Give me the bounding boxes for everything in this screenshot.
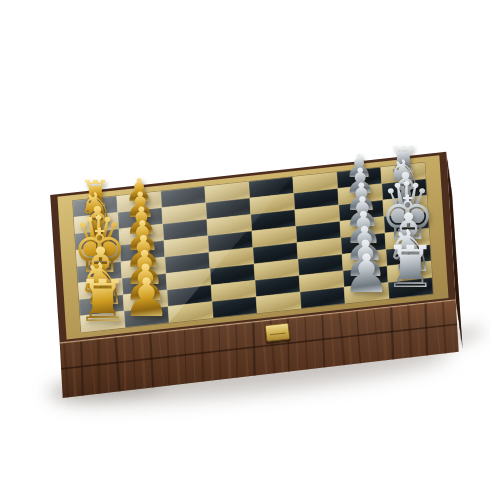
piece-black-pawn-h7[interactable]: ♟ (343, 247, 391, 300)
piece-white-pawn-h2[interactable]: ♟ (123, 271, 171, 324)
pieces-layer: ♜♟♟♜♞♟♟♞♝♟♟♝♛♟♟♛♚♟♟♚♝♟♟♝♞♟♟♞♜♟♟♜ (0, 0, 490, 490)
piece-black-rook-h8[interactable]: ♜ (385, 238, 437, 296)
piece-white-rook-h1[interactable]: ♜ (77, 272, 129, 330)
photo-stage: ♜♟♟♜♞♟♟♞♝♟♟♝♛♟♟♛♚♟♟♚♝♟♟♝♞♟♟♞♜♟♟♜ (0, 0, 490, 490)
